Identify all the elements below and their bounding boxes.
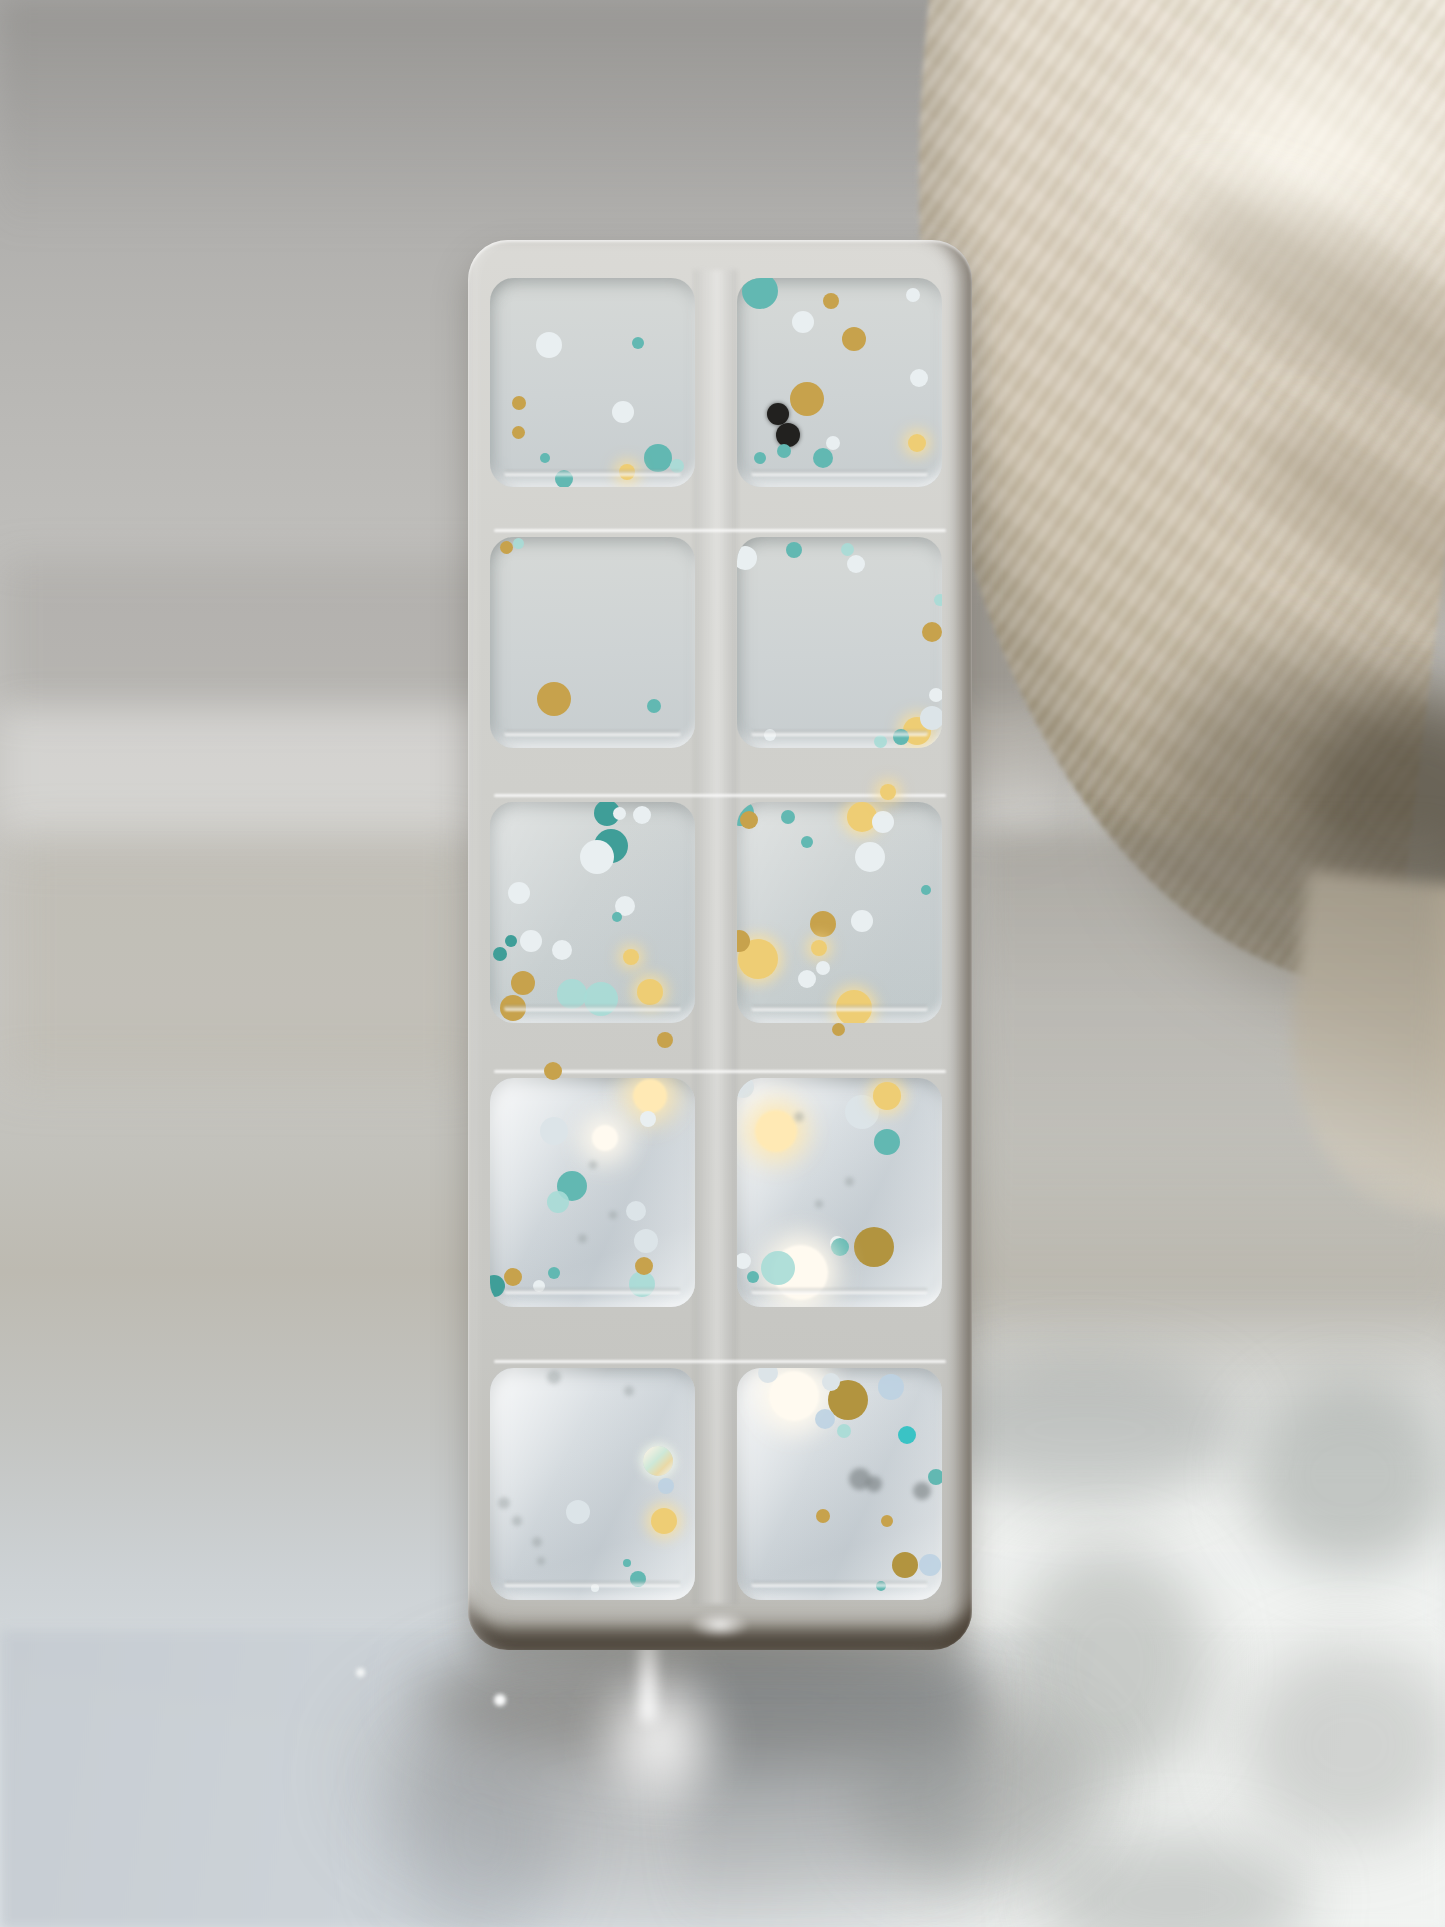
glitter-dot-irid: [643, 1446, 673, 1476]
glitter-dot-white: [640, 1111, 656, 1127]
glitter-dot-gold: [635, 1257, 653, 1275]
glitter-dot-white: [612, 401, 634, 423]
glitter-dot-goldD: [854, 1227, 894, 1267]
wax-segment-r3c2: [737, 802, 942, 1023]
glitter-dot-aqua: [934, 594, 942, 606]
glitter-dot-glowG: [633, 1079, 667, 1113]
glitter-dot-white: [764, 729, 776, 741]
blanket-sunlit-highlight: [1080, 10, 1445, 340]
blanket-crease-shadow: [1224, 388, 1445, 672]
glitter-dot-gold: [500, 995, 526, 1021]
glitter-dot-gold: [823, 293, 839, 309]
glitter-dot-grayT: [609, 1211, 617, 1219]
glitter-dot-white: [910, 369, 928, 387]
wax-segment-r4c2: [737, 1078, 942, 1307]
glitter-dot-grayT: [512, 1516, 522, 1526]
under-blanket-shadow-core: [1300, 700, 1445, 910]
wall-top-shade: [0, 0, 1445, 240]
glitter-dot-goldB: [873, 1082, 901, 1110]
glitter-dot-gold: [816, 1509, 830, 1523]
glitter-dot-aqua: [841, 543, 854, 556]
glitter-dot-whiteS: [626, 1201, 646, 1221]
glitter-dot-teal: [777, 444, 791, 458]
glitter-dot-teal: [555, 470, 573, 487]
glitter-dot-aqua: [584, 982, 618, 1016]
wax-bar: [468, 240, 972, 1650]
glitter-dot-white: [520, 930, 542, 952]
bar-drop-shadow-soft: [370, 1655, 1070, 1895]
glitter-dot-teal: [623, 1559, 631, 1567]
glitter-dot-aqua: [837, 1424, 851, 1438]
glitter-dot-grayT: [498, 1497, 510, 1509]
glitter-dot-teal: [630, 1571, 646, 1587]
glitter-dot-glowW: [769, 1371, 819, 1421]
light-dapple-shadow: [1245, 1380, 1445, 1570]
glitter-dot-teal: [921, 885, 931, 895]
floor-highlight-speck: [356, 1668, 365, 1677]
glitter-dot-white: [613, 807, 626, 820]
glitter-dot-gold: [657, 1032, 673, 1048]
glitter-dot-white: [552, 940, 572, 960]
glitter-dot-grayT: [547, 1370, 561, 1384]
glitter-dot-white: [792, 311, 814, 333]
glitter-dot-gold: [790, 382, 824, 416]
glitter-dot-teal: [876, 1581, 886, 1591]
glitter-dot-white: [847, 555, 865, 573]
glitter-dot-goldB: [811, 940, 827, 956]
bar-drop-shadow: [420, 1635, 1000, 1765]
glitter-dot-whiteS: [920, 706, 942, 730]
glitter-dot-gold: [512, 426, 525, 439]
wax-segment-r5c1: [490, 1368, 695, 1600]
light-dapple-shadow: [1240, 1645, 1445, 1845]
glitter-dot-teal: [874, 1129, 900, 1155]
glitter-dot-white: [737, 546, 757, 570]
glitter-dot-white: [533, 1280, 545, 1292]
glitter-dot-teal: [644, 444, 672, 472]
glitter-dot-tealB: [898, 1426, 916, 1444]
snap-break-highlight: [494, 529, 946, 532]
glitter-dot-teal: [742, 278, 778, 309]
glitter-dot-paleB: [919, 1554, 941, 1576]
glitter-dot-gold: [537, 682, 571, 716]
wax-segment-r1c2: [737, 278, 942, 487]
glitter-dot-glowW: [592, 1125, 618, 1151]
glitter-dot-grayD: [866, 1476, 882, 1492]
wax-segment-r5c2: [737, 1368, 942, 1600]
glitter-dot-paleB: [815, 1409, 835, 1429]
glitter-dot-grayT: [794, 1112, 804, 1122]
glitter-dot-whiteS: [634, 1229, 658, 1253]
glitter-dot-goldB: [619, 464, 635, 480]
glitter-dot-teal: [813, 448, 833, 468]
glitter-dot-aqua: [761, 1251, 795, 1285]
glitter-dot-whiteS: [540, 1117, 568, 1145]
snap-break-highlight: [494, 794, 946, 797]
glitter-dot-white: [851, 910, 873, 932]
glitter-dot-aqua: [557, 979, 587, 1009]
glitter-dot-teal: [647, 699, 661, 713]
glitter-dot-teal: [632, 337, 644, 349]
glitter-dot-white: [872, 811, 894, 833]
glitter-dot-gold: [842, 327, 866, 351]
glitter-dot-white: [737, 1253, 751, 1269]
glitter-dot-white: [929, 688, 942, 702]
glitter-dot-grayT: [589, 1161, 597, 1169]
glitter-dot-grayT: [537, 1557, 545, 1565]
glitter-dot-gold: [922, 622, 942, 642]
bottom-rim-highlight: [690, 1612, 750, 1638]
wax-segment-r4c1: [490, 1078, 695, 1307]
glitter-dot-whiteS: [566, 1500, 590, 1524]
windowsill-scene: [0, 0, 1445, 1927]
glitter-dot-glowG: [755, 1110, 797, 1152]
glitter-dot-teal: [831, 1238, 849, 1256]
blanket-fold: [1273, 870, 1445, 1219]
glitter-dot-teal: [801, 836, 813, 848]
glitter-dot-teal: [754, 452, 766, 464]
glitter-dot-gold: [511, 971, 535, 995]
glitter-dot-white: [591, 1584, 599, 1592]
wax-segment-r3c1: [490, 802, 695, 1023]
specular-reflection-glow: [585, 1655, 735, 1825]
glitter-dot-aqua: [670, 459, 684, 473]
glitter-dot-goldB: [651, 1508, 677, 1534]
segment-column-groove: [693, 270, 737, 1604]
glitter-dot-white: [508, 882, 530, 904]
floor-bright-patch: [900, 1300, 1445, 1927]
glitter-dot-whiteS: [737, 1078, 754, 1098]
glitter-dot-gold: [504, 1268, 522, 1286]
glitter-dot-teal: [786, 542, 802, 558]
wall-warm-band: [0, 840, 480, 1080]
glitter-dot-teal: [548, 1267, 560, 1279]
bar-reflection-dark: [685, 1655, 975, 1927]
glitter-dot-teal: [893, 729, 909, 745]
glitter-dot-gold: [512, 396, 526, 410]
wax-segment-r2c2: [737, 537, 942, 748]
glitter-dot-goldB: [836, 990, 872, 1023]
glitter-dot-gold: [544, 1062, 562, 1080]
glitter-dot-tealD: [493, 947, 507, 961]
glitter-dot-goldB: [623, 949, 639, 965]
glitter-dot-teal: [747, 1271, 759, 1283]
glitter-dot-aqua: [547, 1191, 569, 1213]
glitter-dot-teal: [612, 912, 622, 922]
glitter-dot-white: [798, 970, 816, 988]
glitter-dot-tealD: [505, 935, 517, 947]
glitter-dot-gold: [810, 911, 836, 937]
glitter-dot-grayT: [532, 1537, 542, 1547]
glitter-dot-black: [767, 403, 789, 425]
glitter-dot-goldB: [908, 434, 926, 452]
wax-segment-r2c1: [490, 537, 695, 748]
glitter-dot-aqua: [513, 538, 524, 549]
under-blanket-shadow: [1109, 603, 1445, 1047]
glitter-dot-grayD: [913, 1482, 931, 1500]
glitter-dot-grayT: [845, 1177, 854, 1186]
floor-highlight-speck: [494, 1694, 506, 1706]
glitter-dot-paleB: [878, 1374, 904, 1400]
glitter-dot-white: [826, 436, 840, 450]
glossy-floor: [0, 1630, 1445, 1927]
glitter-dot-white: [580, 840, 614, 874]
floor-reflection-streak: [395, 1730, 565, 1927]
glitter-dot-paleB: [658, 1478, 674, 1494]
blanket-crease-shadow: [1147, 149, 1445, 482]
glitter-dot-grayT: [578, 1234, 587, 1243]
glitter-dot-teal: [928, 1469, 942, 1485]
glitter-dot-gold: [740, 811, 758, 829]
glitter-dot-grayT: [815, 1200, 823, 1208]
glitter-dot-white: [633, 806, 651, 824]
glitter-dot-goldB: [637, 979, 663, 1005]
glitter-dot-aqua: [874, 735, 887, 748]
glitter-dot-white: [855, 842, 885, 872]
glitter-dot-gold: [500, 541, 513, 554]
glitter-dot-aqua: [629, 1271, 655, 1297]
light-dapple-shadow: [1040, 1835, 1310, 1927]
light-dapple-shadow: [1010, 1545, 1210, 1785]
light-dapple-shadow: [855, 1715, 1105, 1885]
glitter-dot-gold: [832, 1023, 845, 1036]
right-wall-fade: [980, 830, 1445, 1390]
light-dapple-shadow: [930, 1355, 1240, 1505]
glitter-dot-teal: [781, 810, 795, 824]
glitter-dot-grayT: [624, 1386, 634, 1396]
glitter-dot-white: [906, 288, 920, 302]
glitter-dot-goldB: [880, 784, 896, 800]
glitter-dot-tealD: [490, 1275, 505, 1297]
glitter-dot-teal: [540, 453, 550, 463]
glitter-dot-gold: [881, 1515, 893, 1527]
glitter-dot-white: [536, 332, 562, 358]
wax-segment-r1c1: [490, 278, 695, 487]
snap-break-highlight: [494, 1360, 946, 1363]
glitter-dot-black: [776, 423, 800, 447]
glitter-dot-goldD: [892, 1552, 918, 1578]
glitter-dot-white: [816, 961, 830, 975]
